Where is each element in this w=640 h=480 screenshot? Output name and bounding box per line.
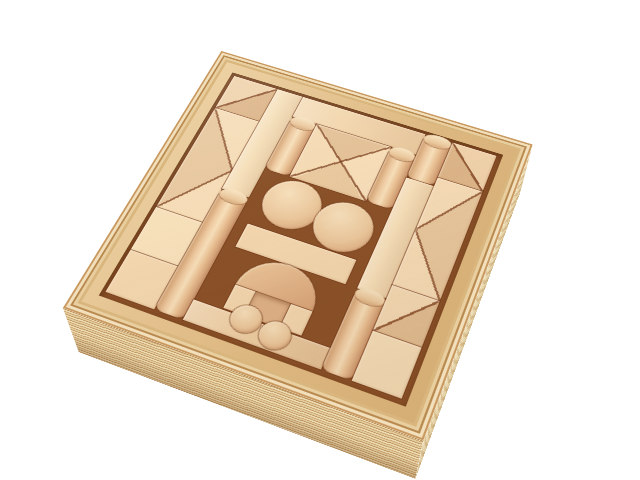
right-col-bottom-block (352, 331, 422, 399)
wooden-block-box (63, 51, 533, 441)
small-disc-left (225, 301, 267, 337)
product-photo-background: { "game": "wooden-building-blocks", "sce… (0, 0, 640, 480)
left-col-bottom-block (105, 250, 178, 310)
right-col-diagonal-square-bottom (373, 285, 440, 348)
tray-top-face (63, 51, 533, 441)
arch-inner-cube (244, 292, 291, 328)
arch-pillar-left (223, 285, 256, 316)
small-disc-right (254, 317, 296, 354)
center-bottom-plank (183, 299, 331, 369)
center-cross-block (235, 223, 356, 284)
arch-dome (235, 252, 328, 311)
blocks-layer (233, 72, 504, 154)
scene (0, 0, 640, 480)
arch-pillar-right (280, 304, 313, 336)
right-long-cylinder (321, 288, 387, 380)
